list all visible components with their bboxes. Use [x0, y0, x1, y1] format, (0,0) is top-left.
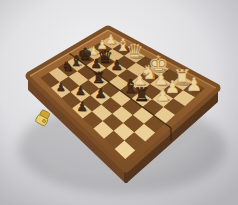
vignette-overlay — [0, 0, 238, 205]
chess-board-photo: ♟♟♝♟♛♚♛♝♟♟♚♞♞♜♜♟♟♟♟♟♝♟♟♟♜♟ — [0, 0, 238, 205]
photo-scene: ♟♟♝♟♛♚♛♝♟♟♚♞♞♜♜♟♟♟♟♟♝♟♟♟♜♟ — [0, 0, 238, 205]
